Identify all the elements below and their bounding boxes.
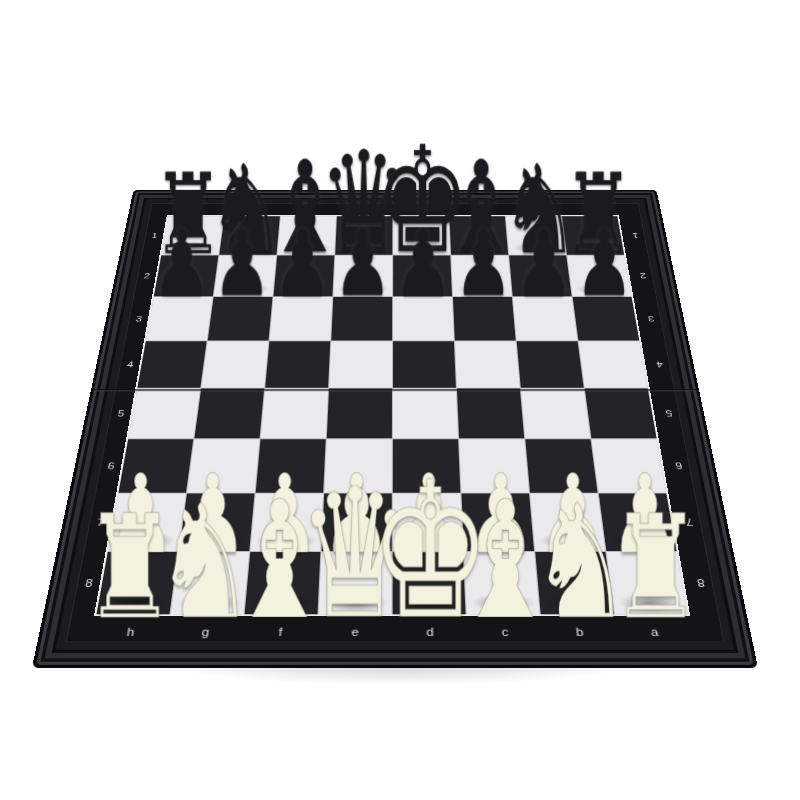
square-a4[interactable]: [579, 341, 648, 388]
square-a5[interactable]: [585, 388, 657, 438]
square-d8[interactable]: ♚: [393, 552, 466, 614]
rank-label: 5: [656, 388, 683, 439]
square-g2[interactable]: ♟: [214, 255, 277, 296]
square-f5[interactable]: [261, 388, 328, 438]
piece-black-pawn[interactable]: ♟: [212, 218, 271, 310]
piece-black-pawn[interactable]: ♟: [514, 218, 573, 310]
square-c5[interactable]: [457, 388, 524, 438]
rank-label: 4: [647, 341, 673, 388]
square-b5[interactable]: [521, 388, 591, 438]
square-f4[interactable]: [265, 341, 330, 388]
chessboard-grid[interactable]: ♜♞♝♛♚♝♞♜♟♟♟♟♟♟♟♟♟♟♟♟♟♟♟♟♜♞♝♛♚♝♞♜: [94, 215, 690, 616]
square-b2[interactable]: ♟: [509, 255, 571, 296]
folding-chessboard: 12345678 12345678 hgfedcba ♜♞♝♛♚♝♞♜♟♟♟♟♟…: [32, 190, 758, 668]
piece-black-pawn[interactable]: ♟: [574, 218, 633, 310]
square-c2[interactable]: ♟: [451, 255, 512, 296]
piece-black-pawn[interactable]: ♟: [454, 218, 513, 310]
square-d5[interactable]: [393, 388, 458, 438]
square-c4[interactable]: [455, 341, 520, 388]
square-b4[interactable]: [517, 341, 584, 388]
square-e5[interactable]: [327, 388, 392, 438]
square-e4[interactable]: [329, 341, 392, 388]
square-d4[interactable]: [393, 341, 456, 388]
square-g5[interactable]: [194, 388, 264, 438]
square-a2[interactable]: ♟: [567, 255, 631, 296]
piece-black-pawn[interactable]: ♟: [333, 218, 392, 310]
square-g4[interactable]: [201, 341, 268, 388]
square-d2[interactable]: ♟: [393, 255, 452, 296]
square-h5[interactable]: [128, 388, 200, 438]
piece-black-pawn[interactable]: ♟: [393, 218, 452, 310]
board-sheet: 12345678 12345678 hgfedcba ♜♞♝♛♚♝♞♜♟♟♟♟♟…: [66, 203, 725, 642]
piece-black-pawn[interactable]: ♟: [273, 218, 332, 310]
piece-white-king[interactable]: ♚: [369, 457, 491, 646]
square-h2[interactable]: ♟: [154, 255, 218, 296]
square-e2[interactable]: ♟: [333, 255, 392, 296]
rank-label: 2: [631, 255, 654, 297]
rank-label: 3: [639, 297, 663, 341]
chess-set-product-photo: 12345678 12345678 hgfedcba ♜♞♝♛♚♝♞♜♟♟♟♟♟…: [0, 0, 800, 800]
piece-black-pawn[interactable]: ♟: [152, 218, 211, 310]
square-h4[interactable]: [137, 341, 206, 388]
square-f2[interactable]: ♟: [274, 255, 335, 296]
